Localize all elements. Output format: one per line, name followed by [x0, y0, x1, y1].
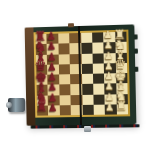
square-d6	[59, 64, 70, 74]
clasp-latch	[8, 98, 25, 112]
right-edge-hinge-knuckle	[134, 49, 138, 54]
square-g4	[82, 94, 94, 104]
piece-black-pawn: ♟	[47, 103, 58, 113]
right-edge-hinge-knuckle	[134, 34, 138, 39]
square-c6	[58, 54, 69, 64]
square-b4	[81, 43, 93, 54]
piece-white-pawn: ♟	[104, 102, 116, 112]
square-a4	[81, 33, 93, 44]
square-c4	[81, 53, 93, 64]
square-h1: ♜	[116, 104, 128, 114]
piece-white-rook: ♜	[115, 101, 127, 112]
square-g6	[59, 95, 71, 105]
piece-black-rook: ♜	[36, 102, 47, 112]
chess-set-photo: ♜♟♟♜♞♟♟♞♝♟♟♝♛♟♟♛♚♟♟♚♝♟♟♝♞♟♟♞♜♟♟♜	[0, 0, 160, 160]
gold-border: ♜♟♟♜♞♟♟♞♝♟♟♝♛♟♟♛♚♟♟♚♝♟♟♝♞♟♟♞♜♟♟♜	[34, 30, 131, 118]
square-d4	[81, 63, 93, 74]
chess-board: ♜♟♟♜♞♟♟♞♝♟♟♝♛♟♟♛♚♟♟♚♝♟♟♝♞♟♟♞♜♟♟♜	[25, 24, 137, 125]
square-e4	[81, 74, 93, 84]
square-e6	[59, 74, 70, 84]
top-edge-notch	[68, 23, 74, 27]
square-f4	[82, 84, 94, 94]
clasp-knob	[6, 102, 12, 108]
hinge-pin	[84, 126, 91, 132]
square-h4	[82, 105, 94, 115]
square-h7: ♟	[48, 105, 59, 115]
square-a6	[58, 33, 69, 44]
square-b6	[58, 44, 69, 55]
chess-board-grid: ♜♟♟♜♞♟♟♞♝♟♟♝♛♟♟♛♚♟♟♚♝♟♟♝♞♟♟♞♜♟♟♜	[36, 32, 129, 116]
square-f6	[59, 84, 71, 94]
square-h6	[59, 105, 71, 115]
right-edge-hinge-knuckle	[134, 67, 138, 72]
